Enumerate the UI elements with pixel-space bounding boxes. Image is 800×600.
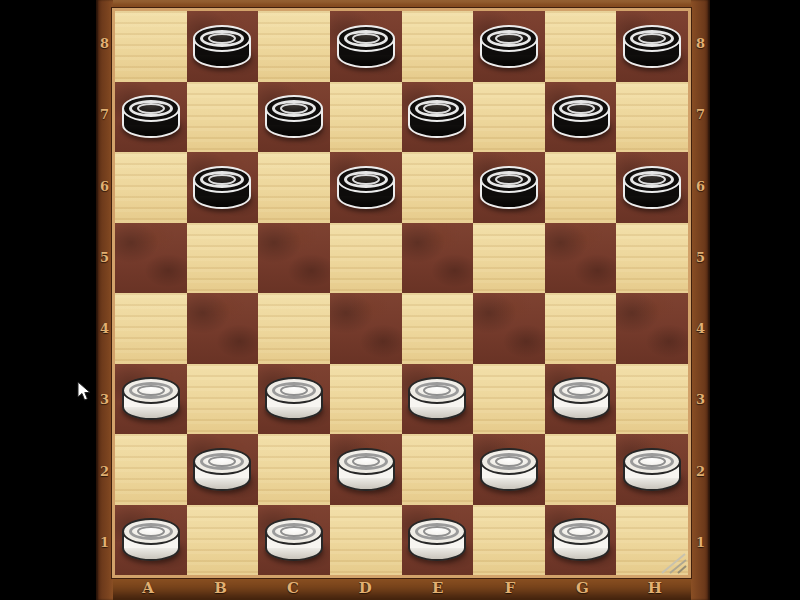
white-man-a1[interactable]: ⛀	[122, 518, 180, 561]
black-man-ring2-shape	[208, 174, 236, 185]
black-man-d8[interactable]: ⛂	[337, 25, 395, 68]
black-man-g7[interactable]: ⛂	[552, 95, 610, 138]
black-man-h6[interactable]: ⛂	[623, 166, 681, 209]
white-man-e1[interactable]: ⛀	[408, 518, 466, 561]
file-labels-bottom: ABCDEFGH	[112, 576, 691, 600]
file-label-e: E	[402, 576, 474, 600]
square-f6[interactable]: ⛂	[473, 152, 545, 223]
file-label-b: B	[184, 576, 256, 600]
black-man-c7[interactable]: ⛂	[265, 95, 323, 138]
square-g4[interactable]	[545, 293, 617, 364]
square-f5[interactable]	[473, 223, 545, 294]
square-g3[interactable]: ⛀	[545, 364, 617, 435]
black-man-h8[interactable]: ⛂	[623, 25, 681, 68]
square-a4[interactable]	[115, 293, 187, 364]
square-g1[interactable]: ⛀	[545, 505, 617, 576]
square-g7[interactable]: ⛂	[545, 82, 617, 153]
square-f7[interactable]	[473, 82, 545, 153]
rank-label-2: 2	[96, 436, 113, 507]
square-g5[interactable]	[545, 223, 617, 294]
rank-label-4: 4	[96, 293, 113, 364]
square-h3[interactable]	[616, 364, 688, 435]
square-h2[interactable]: ⛀	[616, 434, 688, 505]
square-e1[interactable]: ⛀	[402, 505, 474, 576]
app-window: ⛂⛂⛂⛂⛂⛂⛂⛂⛂⛂⛂⛂⛀⛀⛀⛀⛀⛀⛀⛀⛀⛀⛀⛀ 87654321 876543…	[0, 0, 800, 600]
file-label-f: F	[474, 576, 546, 600]
rank-label-4: 4	[691, 293, 710, 364]
square-h4[interactable]	[616, 293, 688, 364]
black-man-ring2-shape	[208, 33, 236, 44]
square-a6[interactable]	[115, 152, 187, 223]
square-d1[interactable]	[330, 505, 402, 576]
black-man-f6[interactable]: ⛂	[480, 166, 538, 209]
black-man-ring2-shape	[638, 174, 666, 185]
rank-label-7: 7	[691, 79, 710, 150]
black-man-ring2-shape	[495, 33, 523, 44]
black-man-ring2-shape	[638, 33, 666, 44]
checkers-board: ⛂⛂⛂⛂⛂⛂⛂⛂⛂⛂⛂⛂⛀⛀⛀⛀⛀⛀⛀⛀⛀⛀⛀⛀	[112, 8, 691, 578]
arrow-cursor-icon	[76, 381, 92, 403]
square-d5[interactable]	[330, 223, 402, 294]
square-b8[interactable]: ⛂	[187, 11, 259, 82]
white-man-f2[interactable]: ⛀	[480, 448, 538, 491]
rank-label-1: 1	[691, 507, 710, 578]
rank-label-8: 8	[96, 8, 113, 79]
black-man-a7[interactable]: ⛂	[122, 95, 180, 138]
square-b3[interactable]	[187, 364, 259, 435]
square-b1[interactable]	[187, 505, 259, 576]
rank-label-3: 3	[96, 364, 113, 435]
white-man-c3[interactable]: ⛀	[265, 377, 323, 420]
square-b4[interactable]	[187, 293, 259, 364]
white-man-d2[interactable]: ⛀	[337, 448, 395, 491]
square-c5[interactable]	[258, 223, 330, 294]
square-b6[interactable]: ⛂	[187, 152, 259, 223]
rank-label-6: 6	[96, 151, 113, 222]
white-man-b2[interactable]: ⛀	[193, 448, 251, 491]
white-man-ring2-shape	[495, 456, 523, 467]
rank-label-7: 7	[96, 79, 113, 150]
square-h5[interactable]	[616, 223, 688, 294]
rank-label-3: 3	[691, 364, 710, 435]
white-man-g3[interactable]: ⛀	[552, 377, 610, 420]
black-man-ring2-shape	[352, 174, 380, 185]
square-b2[interactable]: ⛀	[187, 434, 259, 505]
white-man-g1[interactable]: ⛀	[552, 518, 610, 561]
square-b7[interactable]	[187, 82, 259, 153]
square-c3[interactable]: ⛀	[258, 364, 330, 435]
square-d2[interactable]: ⛀	[330, 434, 402, 505]
file-label-d: D	[329, 576, 401, 600]
rank-labels-right: 87654321	[691, 8, 710, 578]
white-man-c1[interactable]: ⛀	[265, 518, 323, 561]
square-h6[interactable]: ⛂	[616, 152, 688, 223]
black-man-f8[interactable]: ⛂	[480, 25, 538, 68]
square-b5[interactable]	[187, 223, 259, 294]
rank-label-5: 5	[691, 222, 710, 293]
square-a1[interactable]: ⛀	[115, 505, 187, 576]
square-e4[interactable]	[402, 293, 474, 364]
square-f8[interactable]: ⛂	[473, 11, 545, 82]
square-h7[interactable]	[616, 82, 688, 153]
square-d8[interactable]: ⛂	[330, 11, 402, 82]
white-man-h2[interactable]: ⛀	[623, 448, 681, 491]
square-a5[interactable]	[115, 223, 187, 294]
square-d6[interactable]: ⛂	[330, 152, 402, 223]
square-c6[interactable]	[258, 152, 330, 223]
white-man-ring2-shape	[638, 456, 666, 467]
white-man-ring2-shape	[208, 456, 236, 467]
square-e7[interactable]: ⛂	[402, 82, 474, 153]
letterbox-left	[0, 0, 96, 600]
file-label-a: A	[112, 576, 184, 600]
square-g2[interactable]	[545, 434, 617, 505]
file-label-g: G	[546, 576, 618, 600]
rank-label-6: 6	[691, 151, 710, 222]
square-e6[interactable]	[402, 152, 474, 223]
square-a2[interactable]	[115, 434, 187, 505]
black-man-ring2-shape	[495, 174, 523, 185]
square-d3[interactable]	[330, 364, 402, 435]
black-man-e7[interactable]: ⛂	[408, 95, 466, 138]
white-man-e3[interactable]: ⛀	[408, 377, 466, 420]
white-man-a3[interactable]: ⛀	[122, 377, 180, 420]
black-man-b8[interactable]: ⛂	[193, 25, 251, 68]
square-c7[interactable]: ⛂	[258, 82, 330, 153]
square-a3[interactable]: ⛀	[115, 364, 187, 435]
square-e5[interactable]	[402, 223, 474, 294]
square-e2[interactable]	[402, 434, 474, 505]
square-e3[interactable]: ⛀	[402, 364, 474, 435]
rank-label-1: 1	[96, 507, 113, 578]
letterbox-right	[710, 0, 800, 600]
black-man-b6[interactable]: ⛂	[193, 166, 251, 209]
square-a8[interactable]	[115, 11, 187, 82]
file-label-c: C	[257, 576, 329, 600]
square-f2[interactable]: ⛀	[473, 434, 545, 505]
square-c4[interactable]	[258, 293, 330, 364]
white-man-ring2-shape	[352, 456, 380, 467]
square-c1[interactable]: ⛀	[258, 505, 330, 576]
black-man-ring2-shape	[352, 33, 380, 44]
rank-label-8: 8	[691, 8, 710, 79]
file-label-h: H	[619, 576, 691, 600]
square-g8[interactable]	[545, 11, 617, 82]
square-d7[interactable]	[330, 82, 402, 153]
rank-label-2: 2	[691, 436, 710, 507]
square-c8[interactable]	[258, 11, 330, 82]
black-man-d6[interactable]: ⛂	[337, 166, 395, 209]
rank-labels-left: 87654321	[96, 8, 113, 578]
square-f1[interactable]	[473, 505, 545, 576]
square-f3[interactable]	[473, 364, 545, 435]
square-d4[interactable]	[330, 293, 402, 364]
square-e8[interactable]	[402, 11, 474, 82]
square-a7[interactable]: ⛂	[115, 82, 187, 153]
square-g6[interactable]	[545, 152, 617, 223]
rank-label-5: 5	[96, 222, 113, 293]
square-f4[interactable]	[473, 293, 545, 364]
square-c2[interactable]	[258, 434, 330, 505]
resize-grip-icon[interactable]	[659, 551, 688, 575]
square-h8[interactable]: ⛂	[616, 11, 688, 82]
